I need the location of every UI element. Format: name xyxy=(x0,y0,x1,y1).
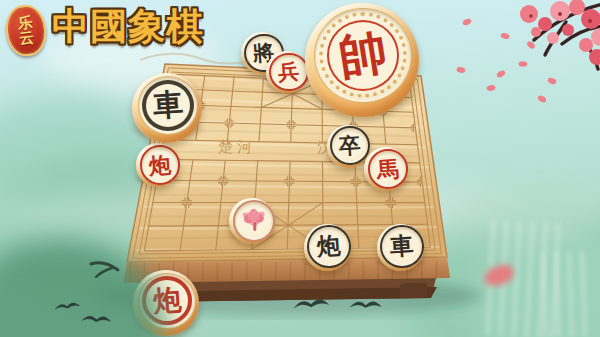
scene: 楚河汉界 將兵卒炮馬炮車帥車炮 乐 云 中國象棋 xyxy=(0,0,600,337)
piece-ma-red[interactable]: 馬 xyxy=(364,147,408,191)
svg-text:楚河: 楚河 xyxy=(218,138,256,157)
app-logo: 乐 云 中國象棋 xyxy=(6,2,204,56)
piece-glyph: 帥 xyxy=(336,28,391,83)
piece-face: 馬 xyxy=(368,149,409,189)
piece-pao-red[interactable]: 炮 xyxy=(136,143,180,187)
blossom-glyph xyxy=(243,209,264,233)
piece-glyph: 兵 xyxy=(278,61,300,83)
piece-pao-red-large[interactable]: 炮 xyxy=(133,270,199,336)
piece-ju-black[interactable]: 車 xyxy=(377,224,424,271)
piece-glyph: 炮 xyxy=(152,286,182,316)
logo-badge-bottom: 云 xyxy=(19,30,35,46)
piece-face: 車 xyxy=(138,76,199,135)
piece-face xyxy=(233,200,276,242)
app-title: 中國象棋 xyxy=(52,2,204,50)
piece-face: 炮 xyxy=(140,145,181,185)
piece-ju-black-large[interactable]: 車 xyxy=(132,73,202,143)
piece-blossom[interactable] xyxy=(229,198,275,244)
piece-face: 車 xyxy=(380,225,423,268)
piece-shuai-red-large[interactable]: 帥 xyxy=(305,3,419,117)
piece-glyph: 炮 xyxy=(148,153,171,176)
piece-face: 卒 xyxy=(330,126,370,165)
piece-face: 炮 xyxy=(307,225,350,268)
piece-glyph: 車 xyxy=(152,89,184,121)
piece-glyph: 車 xyxy=(389,234,414,259)
piece-face: 炮 xyxy=(138,273,195,329)
piece-face: 帥 xyxy=(314,8,412,103)
piece-zu-black[interactable]: 卒 xyxy=(327,125,370,168)
piece-glyph: 卒 xyxy=(339,134,362,157)
piece-pao-black[interactable]: 炮 xyxy=(304,224,351,271)
logo-badge: 乐 云 xyxy=(3,3,48,58)
piece-glyph: 馬 xyxy=(376,157,399,180)
piece-glyph: 炮 xyxy=(316,234,341,259)
